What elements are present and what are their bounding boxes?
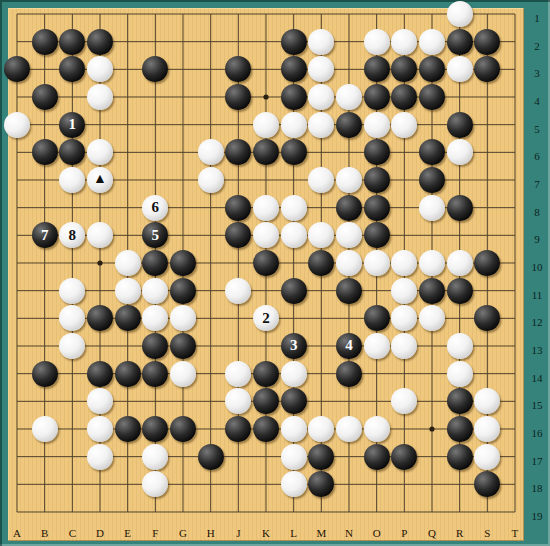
stone-black[interactable] bbox=[87, 361, 113, 387]
stone-black[interactable] bbox=[419, 167, 445, 193]
row-label-15: 15 bbox=[525, 399, 549, 411]
stone-black[interactable]: 1 bbox=[59, 112, 85, 138]
move-number-label: 4 bbox=[345, 338, 353, 353]
stone-black[interactable] bbox=[364, 56, 390, 82]
stone-black[interactable] bbox=[336, 195, 362, 221]
move-number-label: 7 bbox=[41, 228, 49, 243]
stone-white[interactable] bbox=[419, 195, 445, 221]
stone-black[interactable] bbox=[281, 56, 307, 82]
row-label-11: 11 bbox=[525, 289, 549, 301]
stone-white[interactable] bbox=[142, 444, 168, 470]
row-label-18: 18 bbox=[525, 482, 549, 494]
stone-black[interactable] bbox=[447, 278, 473, 304]
stone-white[interactable] bbox=[364, 29, 390, 55]
stone-white[interactable] bbox=[198, 139, 224, 165]
stone-white[interactable] bbox=[170, 361, 196, 387]
stone-black[interactable] bbox=[308, 444, 334, 470]
move-number-label: 3 bbox=[290, 338, 298, 353]
stone-black[interactable] bbox=[447, 195, 473, 221]
stone-white[interactable] bbox=[115, 278, 141, 304]
window-frame: 1▲6785234 ABCDEFGHJKLMNOPQRST12345678910… bbox=[0, 0, 550, 546]
row-label-1: 1 bbox=[525, 12, 549, 24]
row-label-3: 3 bbox=[525, 67, 549, 79]
stone-white[interactable] bbox=[87, 444, 113, 470]
stone-white[interactable] bbox=[253, 112, 279, 138]
stone-black[interactable] bbox=[447, 444, 473, 470]
stone-black[interactable] bbox=[59, 29, 85, 55]
col-label-R: R bbox=[450, 527, 470, 539]
stone-black[interactable] bbox=[364, 195, 390, 221]
stone-white[interactable] bbox=[447, 361, 473, 387]
col-label-Q: Q bbox=[422, 527, 442, 539]
stone-black[interactable] bbox=[115, 305, 141, 331]
stone-white[interactable] bbox=[447, 56, 473, 82]
stone-white[interactable] bbox=[447, 333, 473, 359]
stone-black[interactable] bbox=[32, 361, 58, 387]
stone-black[interactable] bbox=[281, 84, 307, 110]
row-label-19: 19 bbox=[525, 510, 549, 522]
stone-black[interactable] bbox=[447, 112, 473, 138]
stone-white[interactable] bbox=[281, 195, 307, 221]
stone-black[interactable] bbox=[447, 388, 473, 414]
stone-black[interactable]: 3 bbox=[281, 333, 307, 359]
stone-black[interactable] bbox=[281, 29, 307, 55]
stone-white[interactable]: ▲ bbox=[87, 167, 113, 193]
move-number-label: 2 bbox=[262, 311, 270, 326]
stone-white[interactable] bbox=[447, 1, 473, 27]
stone-black[interactable] bbox=[170, 416, 196, 442]
col-label-B: B bbox=[35, 527, 55, 539]
stone-black[interactable]: 4 bbox=[336, 333, 362, 359]
stone-white[interactable] bbox=[32, 416, 58, 442]
stone-white[interactable] bbox=[281, 112, 307, 138]
stone-black[interactable] bbox=[447, 416, 473, 442]
stone-white[interactable] bbox=[447, 250, 473, 276]
triangle-marker: ▲ bbox=[93, 172, 107, 186]
col-label-C: C bbox=[62, 527, 82, 539]
col-label-A: A bbox=[7, 527, 27, 539]
stone-white[interactable] bbox=[447, 139, 473, 165]
stone-white[interactable] bbox=[253, 195, 279, 221]
move-number-label: 6 bbox=[152, 200, 160, 215]
stone-white[interactable] bbox=[308, 29, 334, 55]
col-label-S: S bbox=[477, 527, 497, 539]
stone-white[interactable] bbox=[4, 112, 30, 138]
row-label-12: 12 bbox=[525, 316, 549, 328]
row-label-7: 7 bbox=[525, 178, 549, 190]
stone-white[interactable] bbox=[474, 444, 500, 470]
stone-white[interactable] bbox=[391, 29, 417, 55]
stone-black[interactable] bbox=[474, 29, 500, 55]
stone-white[interactable] bbox=[281, 444, 307, 470]
stone-white[interactable] bbox=[336, 416, 362, 442]
stone-black[interactable] bbox=[253, 361, 279, 387]
stone-black[interactable] bbox=[170, 278, 196, 304]
col-label-K: K bbox=[256, 527, 276, 539]
stone-black[interactable] bbox=[281, 139, 307, 165]
stone-black[interactable] bbox=[336, 361, 362, 387]
stone-black[interactable] bbox=[391, 444, 417, 470]
stone-black[interactable] bbox=[253, 416, 279, 442]
stone-white[interactable] bbox=[115, 250, 141, 276]
stone-white[interactable] bbox=[364, 416, 390, 442]
stone-white[interactable] bbox=[419, 29, 445, 55]
col-label-J: J bbox=[228, 527, 248, 539]
stone-black[interactable] bbox=[170, 250, 196, 276]
col-label-P: P bbox=[394, 527, 414, 539]
stone-white[interactable] bbox=[336, 84, 362, 110]
move-number-label: 1 bbox=[69, 117, 77, 132]
row-label-5: 5 bbox=[525, 123, 549, 135]
stone-black[interactable] bbox=[32, 84, 58, 110]
stone-white[interactable] bbox=[142, 278, 168, 304]
stone-white[interactable] bbox=[391, 112, 417, 138]
stone-white[interactable] bbox=[87, 84, 113, 110]
stone-black[interactable] bbox=[364, 167, 390, 193]
stone-white[interactable] bbox=[391, 278, 417, 304]
stone-white[interactable] bbox=[59, 278, 85, 304]
col-label-E: E bbox=[118, 527, 138, 539]
col-label-D: D bbox=[90, 527, 110, 539]
stone-white[interactable] bbox=[419, 250, 445, 276]
row-label-8: 8 bbox=[525, 206, 549, 218]
stone-black[interactable] bbox=[198, 444, 224, 470]
stone-white[interactable] bbox=[336, 250, 362, 276]
col-label-N: N bbox=[339, 527, 359, 539]
stone-black[interactable] bbox=[419, 84, 445, 110]
stone-white[interactable] bbox=[281, 471, 307, 497]
row-label-4: 4 bbox=[525, 95, 549, 107]
stone-black[interactable] bbox=[336, 112, 362, 138]
stone-white[interactable] bbox=[308, 112, 334, 138]
stone-black[interactable] bbox=[364, 84, 390, 110]
stone-black[interactable] bbox=[225, 195, 251, 221]
stone-black[interactable] bbox=[336, 278, 362, 304]
stone-black[interactable] bbox=[364, 222, 390, 248]
stone-white[interactable]: 6 bbox=[142, 195, 168, 221]
stone-black[interactable] bbox=[419, 278, 445, 304]
row-label-10: 10 bbox=[525, 261, 549, 273]
move-number-label: 5 bbox=[152, 228, 160, 243]
stone-black[interactable] bbox=[447, 29, 473, 55]
stone-white[interactable] bbox=[198, 167, 224, 193]
stone-white[interactable] bbox=[281, 416, 307, 442]
stone-white[interactable] bbox=[281, 361, 307, 387]
stone-black[interactable] bbox=[364, 305, 390, 331]
col-label-H: H bbox=[201, 527, 221, 539]
row-label-16: 16 bbox=[525, 427, 549, 439]
stone-white[interactable] bbox=[364, 112, 390, 138]
stone-white[interactable] bbox=[364, 333, 390, 359]
stone-white[interactable] bbox=[281, 222, 307, 248]
col-label-T: T bbox=[505, 527, 525, 539]
stone-white[interactable] bbox=[336, 167, 362, 193]
stone-black[interactable] bbox=[364, 444, 390, 470]
stone-white[interactable] bbox=[225, 278, 251, 304]
row-label-9: 9 bbox=[525, 233, 549, 245]
row-label-14: 14 bbox=[525, 372, 549, 384]
col-label-G: G bbox=[173, 527, 193, 539]
stone-black[interactable] bbox=[87, 29, 113, 55]
stone-black[interactable] bbox=[281, 388, 307, 414]
row-label-17: 17 bbox=[525, 455, 549, 467]
stone-black[interactable] bbox=[364, 139, 390, 165]
stone-black[interactable] bbox=[115, 416, 141, 442]
stone-black[interactable] bbox=[32, 139, 58, 165]
stone-black[interactable] bbox=[115, 361, 141, 387]
col-label-O: O bbox=[367, 527, 387, 539]
stone-black[interactable] bbox=[253, 250, 279, 276]
stone-white[interactable] bbox=[87, 416, 113, 442]
stone-white[interactable] bbox=[225, 361, 251, 387]
move-number-label: 8 bbox=[69, 228, 77, 243]
stone-black[interactable]: 7 bbox=[32, 222, 58, 248]
stone-black[interactable] bbox=[32, 29, 58, 55]
row-label-2: 2 bbox=[525, 40, 549, 52]
col-label-L: L bbox=[284, 527, 304, 539]
col-label-M: M bbox=[311, 527, 331, 539]
stone-black[interactable] bbox=[170, 333, 196, 359]
stone-white[interactable] bbox=[364, 250, 390, 276]
stone-black[interactable] bbox=[281, 278, 307, 304]
stone-black[interactable] bbox=[142, 361, 168, 387]
row-label-6: 6 bbox=[525, 150, 549, 162]
row-label-13: 13 bbox=[525, 344, 549, 356]
col-label-F: F bbox=[145, 527, 165, 539]
